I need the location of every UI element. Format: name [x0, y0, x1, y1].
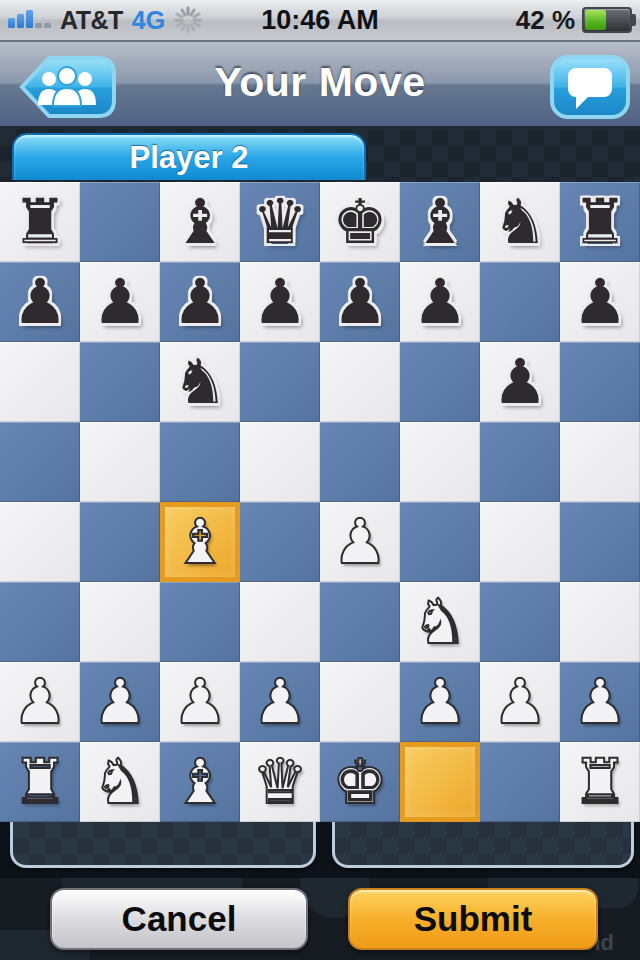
square-f8[interactable]: ♝: [400, 182, 480, 262]
white-pawn-a2[interactable]: ♟: [12, 662, 68, 742]
player-tab-label: Player 2: [130, 140, 249, 176]
square-e3[interactable]: [320, 582, 400, 662]
square-d1[interactable]: ♛: [240, 742, 320, 822]
square-d6[interactable]: [240, 342, 320, 422]
square-c1[interactable]: ♝: [160, 742, 240, 822]
black-king-e8[interactable]: ♚: [332, 182, 388, 262]
square-c2[interactable]: ♟: [160, 662, 240, 742]
captured-tray-right: [332, 822, 634, 868]
square-f3[interactable]: ♞: [400, 582, 480, 662]
square-b1[interactable]: ♞: [80, 742, 160, 822]
square-d3[interactable]: [240, 582, 320, 662]
square-c6[interactable]: ♞: [160, 342, 240, 422]
white-pawn-g2[interactable]: ♟: [492, 662, 548, 742]
tab-strip: Player 2: [0, 129, 640, 182]
square-b6[interactable]: [80, 342, 160, 422]
square-a7[interactable]: ♟: [0, 262, 80, 342]
tray-strip: [0, 822, 640, 878]
black-knight-c6[interactable]: ♞: [172, 342, 228, 422]
square-a6[interactable]: [0, 342, 80, 422]
black-pawn-e7[interactable]: ♟: [332, 262, 388, 342]
square-h6[interactable]: [560, 342, 640, 422]
square-f5[interactable]: [400, 422, 480, 502]
square-d2[interactable]: ♟: [240, 662, 320, 742]
white-pawn-f2[interactable]: ♟: [412, 662, 468, 742]
chess-board[interactable]: ♜♝♛♚♝♞♜♟♟♟♟♟♟♟♞♟♝♟♞♟♟♟♟♟♟♟♜♞♝♛♚♜: [0, 182, 640, 822]
white-bishop-c4[interactable]: ♝: [172, 502, 228, 582]
square-f4[interactable]: [400, 502, 480, 582]
square-f7[interactable]: ♟: [400, 262, 480, 342]
page-title: Your Move: [0, 59, 640, 106]
white-queen-d1[interactable]: ♛: [252, 742, 308, 822]
white-rook-a1[interactable]: ♜: [12, 742, 68, 822]
black-bishop-f8[interactable]: ♝: [412, 182, 468, 262]
square-a2[interactable]: ♟: [0, 662, 80, 742]
square-b8[interactable]: [80, 182, 160, 262]
square-h7[interactable]: ♟: [560, 262, 640, 342]
square-d7[interactable]: ♟: [240, 262, 320, 342]
square-c5[interactable]: [160, 422, 240, 502]
app-screen: AT&T 4G 10:46 AM 42 %: [0, 0, 640, 960]
battery-icon: [582, 7, 632, 33]
square-d5[interactable]: [240, 422, 320, 502]
square-c3[interactable]: [160, 582, 240, 662]
white-pawn-d2[interactable]: ♟: [252, 662, 308, 742]
chat-button[interactable]: [550, 55, 630, 122]
black-pawn-d7[interactable]: ♟: [252, 262, 308, 342]
captured-tray-left: [10, 822, 316, 868]
square-e1[interactable]: ♚: [320, 742, 400, 822]
white-rook-h1[interactable]: ♜: [572, 742, 628, 822]
black-pawn-b7[interactable]: ♟: [92, 262, 148, 342]
square-c4[interactable]: ♝: [160, 502, 240, 582]
square-h2[interactable]: ♟: [560, 662, 640, 742]
square-f6[interactable]: [400, 342, 480, 422]
square-a3[interactable]: [0, 582, 80, 662]
square-g2[interactable]: ♟: [480, 662, 560, 742]
black-bishop-c8[interactable]: ♝: [172, 182, 228, 262]
square-a5[interactable]: [0, 422, 80, 502]
square-b2[interactable]: ♟: [80, 662, 160, 742]
white-king-e1[interactable]: ♚: [332, 742, 388, 822]
square-g7[interactable]: [480, 262, 560, 342]
square-b3[interactable]: [80, 582, 160, 662]
square-h1[interactable]: ♜: [560, 742, 640, 822]
square-g1[interactable]: [480, 742, 560, 822]
square-h8[interactable]: ♜: [560, 182, 640, 262]
square-a8[interactable]: ♜: [0, 182, 80, 262]
square-f2[interactable]: ♟: [400, 662, 480, 742]
square-c8[interactable]: ♝: [160, 182, 240, 262]
square-e5[interactable]: [320, 422, 400, 502]
square-e7[interactable]: ♟: [320, 262, 400, 342]
square-b4[interactable]: [80, 502, 160, 582]
square-c7[interactable]: ♟: [160, 262, 240, 342]
square-g5[interactable]: [480, 422, 560, 502]
white-bishop-c1[interactable]: ♝: [172, 742, 228, 822]
white-pawn-c2[interactable]: ♟: [172, 662, 228, 742]
black-pawn-a7[interactable]: ♟: [12, 262, 68, 342]
white-pawn-e4[interactable]: ♟: [332, 502, 388, 582]
white-knight-b1[interactable]: ♞: [92, 742, 148, 822]
square-f1[interactable]: [400, 742, 480, 822]
square-h3[interactable]: [560, 582, 640, 662]
black-pawn-f7[interactable]: ♟: [412, 262, 468, 342]
square-h5[interactable]: [560, 422, 640, 502]
black-rook-h8[interactable]: ♜: [572, 182, 628, 262]
submit-button[interactable]: Submit: [348, 888, 598, 950]
black-pawn-c7[interactable]: ♟: [172, 262, 228, 342]
square-d8[interactable]: ♛: [240, 182, 320, 262]
black-pawn-g6[interactable]: ♟: [492, 342, 548, 422]
black-knight-g8[interactable]: ♞: [492, 182, 548, 262]
square-h4[interactable]: [560, 502, 640, 582]
square-a4[interactable]: [0, 502, 80, 582]
header: Your Move: [0, 40, 640, 129]
square-e8[interactable]: ♚: [320, 182, 400, 262]
black-pawn-h7[interactable]: ♟: [572, 262, 628, 342]
square-e2[interactable]: [320, 662, 400, 742]
clock-label: 10:46 AM: [0, 5, 640, 36]
black-queen-d8[interactable]: ♛: [252, 182, 308, 262]
white-pawn-b2[interactable]: ♟: [92, 662, 148, 742]
player-tab[interactable]: Player 2: [12, 133, 366, 180]
square-b5[interactable]: [80, 422, 160, 502]
white-pawn-h2[interactable]: ♟: [572, 662, 628, 742]
square-e6[interactable]: [320, 342, 400, 422]
square-a1[interactable]: ♜: [0, 742, 80, 822]
cancel-button[interactable]: Cancel: [50, 888, 308, 950]
square-e4[interactable]: ♟: [320, 502, 400, 582]
status-bar: AT&T 4G 10:46 AM 42 %: [0, 0, 640, 40]
square-g4[interactable]: [480, 502, 560, 582]
square-g6[interactable]: ♟: [480, 342, 560, 422]
white-knight-f3[interactable]: ♞: [412, 582, 468, 662]
square-d4[interactable]: [240, 502, 320, 582]
footer-bar: end Cancel Submit: [0, 878, 640, 960]
square-b7[interactable]: ♟: [80, 262, 160, 342]
square-g8[interactable]: ♞: [480, 182, 560, 262]
square-g3[interactable]: [480, 582, 560, 662]
black-rook-a8[interactable]: ♜: [12, 182, 68, 262]
